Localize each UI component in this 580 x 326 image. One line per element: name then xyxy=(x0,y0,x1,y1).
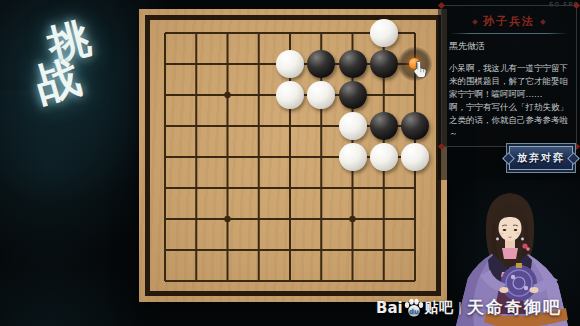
white-stone xyxy=(307,81,335,109)
dialogue-text: 小呆啊，我这儿有一道宁宁留下来的围棋题目，解了它才能娶咱家宁宁啊！嚯呵呵呵…… … xyxy=(449,62,570,140)
intersection[interactable] xyxy=(149,235,180,266)
intersection[interactable] xyxy=(212,80,243,111)
black-stone xyxy=(370,50,398,78)
intersection[interactable] xyxy=(399,18,430,49)
intersection[interactable] xyxy=(337,142,368,173)
intersection[interactable] xyxy=(274,80,305,111)
title-ornament-icon xyxy=(472,19,478,25)
intersection[interactable] xyxy=(149,49,180,80)
intersection[interactable] xyxy=(368,80,399,111)
watermark: Bai du 贴吧 | 天命奇御吧 xyxy=(376,296,562,319)
black-stone xyxy=(339,50,367,78)
intersection[interactable] xyxy=(274,235,305,266)
intersection[interactable] xyxy=(368,18,399,49)
paw-icon: du xyxy=(403,298,424,318)
intersection[interactable] xyxy=(399,266,430,297)
intersection[interactable] xyxy=(243,173,274,204)
intersection[interactable] xyxy=(181,18,212,49)
intersection[interactable] xyxy=(368,173,399,204)
intersection[interactable] xyxy=(149,266,180,297)
intersection[interactable] xyxy=(399,173,430,204)
intersection[interactable] xyxy=(337,173,368,204)
intersection[interactable] xyxy=(337,235,368,266)
intersection[interactable] xyxy=(181,111,212,142)
black-stone xyxy=(370,112,398,140)
intersection[interactable] xyxy=(181,142,212,173)
intersection[interactable] xyxy=(243,49,274,80)
black-stone xyxy=(307,50,335,78)
intersection[interactable] xyxy=(274,266,305,297)
hand-cursor-icon xyxy=(413,60,430,79)
intersection[interactable] xyxy=(399,235,430,266)
intersection[interactable] xyxy=(181,235,212,266)
intersection[interactable] xyxy=(181,204,212,235)
watermark-tieba: 贴吧 xyxy=(425,299,453,317)
cursor-hover-marker xyxy=(398,47,432,81)
intersection[interactable] xyxy=(337,266,368,297)
intersection[interactable] xyxy=(212,266,243,297)
white-stone xyxy=(370,143,398,171)
white-stone xyxy=(370,19,398,47)
intersection[interactable] xyxy=(243,111,274,142)
panel-title-row: 孙子兵法 xyxy=(442,14,576,29)
intersection[interactable] xyxy=(306,173,337,204)
intersection[interactable] xyxy=(306,111,337,142)
intersection[interactable] xyxy=(212,18,243,49)
intersection[interactable] xyxy=(243,142,274,173)
intersection[interactable] xyxy=(149,204,180,235)
intersection[interactable] xyxy=(306,204,337,235)
watermark-forum-name: 天命奇御吧 xyxy=(467,296,562,319)
give-up-button-label: 放弃对弈 xyxy=(517,151,565,165)
intersection[interactable] xyxy=(399,80,430,111)
white-stone xyxy=(401,143,429,171)
puzzle-objective: 黑先做活 xyxy=(449,40,569,53)
intersection[interactable] xyxy=(337,18,368,49)
intersection[interactable] xyxy=(337,80,368,111)
watermark-brand: Bai xyxy=(376,299,403,317)
intersection[interactable] xyxy=(337,111,368,142)
puzzle-title: 孙子兵法 xyxy=(483,14,535,29)
teal-smoke-glow xyxy=(0,90,150,280)
intersection[interactable] xyxy=(368,235,399,266)
intersection[interactable] xyxy=(181,266,212,297)
intersection[interactable] xyxy=(337,49,368,80)
intersection[interactable] xyxy=(181,80,212,111)
intersection[interactable] xyxy=(368,49,399,80)
intersection[interactable] xyxy=(399,204,430,235)
go-board[interactable] xyxy=(139,9,447,302)
intersection[interactable] xyxy=(181,49,212,80)
stones-grid xyxy=(149,18,430,297)
intersection[interactable] xyxy=(368,111,399,142)
intersection[interactable] xyxy=(212,111,243,142)
title-ornament-icon xyxy=(540,19,546,25)
intersection[interactable] xyxy=(212,173,243,204)
intersection[interactable] xyxy=(399,142,430,173)
intersection[interactable] xyxy=(306,266,337,297)
intersection[interactable] xyxy=(337,204,368,235)
teal-smoke-glow xyxy=(0,240,150,326)
intersection[interactable] xyxy=(149,142,180,173)
intersection[interactable] xyxy=(368,204,399,235)
intersection[interactable] xyxy=(212,142,243,173)
intersection[interactable] xyxy=(243,266,274,297)
intersection[interactable] xyxy=(243,204,274,235)
intersection[interactable] xyxy=(149,80,180,111)
dialogue-paragraph-1: 小呆啊，我这儿有一道宁宁留下来的围棋题目，解了它才能娶咱家宁宁啊！嚯呵呵呵…… xyxy=(449,62,570,101)
intersection[interactable] xyxy=(274,173,305,204)
white-stone xyxy=(276,50,304,78)
intersection[interactable] xyxy=(274,142,305,173)
white-stone xyxy=(339,143,367,171)
intersection[interactable] xyxy=(306,235,337,266)
dialogue-paragraph-2: 啊，宁宁有写什么「打劫失败」之类的话，你就自己参考参考啦～ xyxy=(449,101,570,140)
intersection[interactable] xyxy=(274,49,305,80)
puzzle-info-panel: 孙子兵法 黑先做活 小呆啊，我这儿有一道宁宁留下来的围棋题目，解了它才能娶咱家宁… xyxy=(441,5,577,147)
intersection[interactable] xyxy=(368,266,399,297)
intersection[interactable] xyxy=(181,173,212,204)
intersection[interactable] xyxy=(212,49,243,80)
intersection[interactable] xyxy=(274,18,305,49)
intersection[interactable] xyxy=(149,173,180,204)
intersection[interactable] xyxy=(243,235,274,266)
intersection[interactable] xyxy=(243,80,274,111)
intersection[interactable] xyxy=(149,18,180,49)
intersection[interactable] xyxy=(306,142,337,173)
intersection[interactable] xyxy=(243,18,274,49)
intersection[interactable] xyxy=(274,204,305,235)
intersection[interactable] xyxy=(274,111,305,142)
svg-text:du: du xyxy=(409,308,419,316)
intersection[interactable] xyxy=(306,80,337,111)
intersection[interactable] xyxy=(149,111,180,142)
black-stone xyxy=(339,81,367,109)
intersection[interactable] xyxy=(306,49,337,80)
intersection[interactable] xyxy=(212,204,243,235)
title-divider xyxy=(450,33,568,34)
intersection[interactable] xyxy=(306,18,337,49)
white-stone xyxy=(339,112,367,140)
white-stone xyxy=(276,81,304,109)
intersection[interactable] xyxy=(399,111,430,142)
black-stone xyxy=(401,112,429,140)
watermark-separator: | xyxy=(458,300,462,315)
intersection[interactable] xyxy=(212,235,243,266)
give-up-game-button[interactable]: 放弃对弈 xyxy=(509,146,573,170)
intersection[interactable] xyxy=(368,142,399,173)
